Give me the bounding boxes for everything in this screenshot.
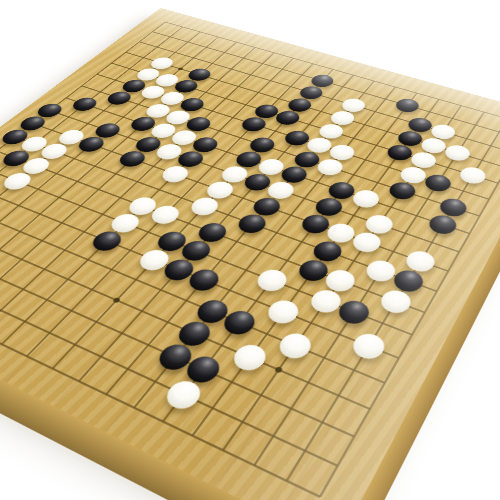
star-point [112,297,121,303]
photo-scene [0,0,500,500]
star-point [274,366,283,373]
star-point [177,67,183,70]
go-board [0,8,500,500]
